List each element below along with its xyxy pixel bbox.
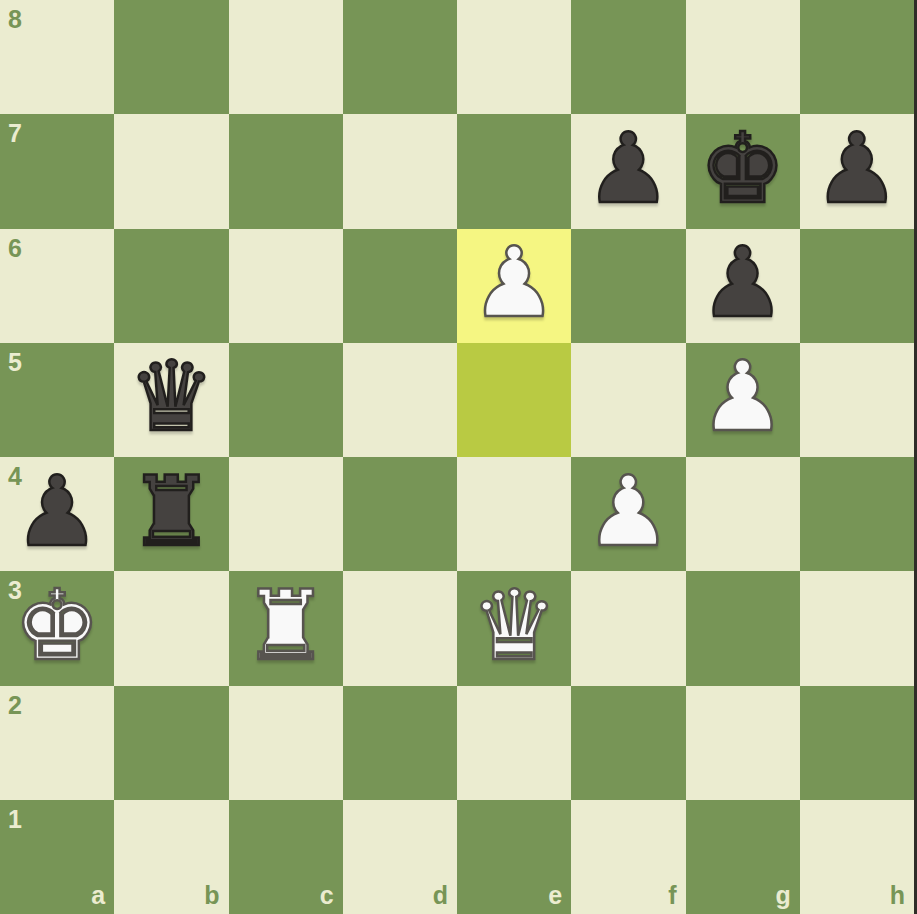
- square-a4[interactable]: 4♟: [0, 457, 114, 571]
- file-label-c: c: [320, 883, 334, 908]
- piece-white-queen-e3[interactable]: ♛: [471, 577, 558, 674]
- square-a5[interactable]: 5: [0, 343, 114, 457]
- file-label-d: d: [433, 883, 448, 908]
- piece-white-rook-c3[interactable]: ♜: [242, 577, 329, 674]
- square-a6[interactable]: 6: [0, 229, 114, 343]
- square-d4[interactable]: [343, 457, 457, 571]
- square-e3[interactable]: ♛: [457, 571, 571, 685]
- square-c2[interactable]: [229, 686, 343, 800]
- square-e4[interactable]: [457, 457, 571, 571]
- square-c6[interactable]: [229, 229, 343, 343]
- square-g1[interactable]: g: [686, 800, 800, 914]
- square-b7[interactable]: [114, 114, 228, 228]
- square-e2[interactable]: [457, 686, 571, 800]
- piece-white-king-a3[interactable]: ♚: [14, 577, 101, 674]
- piece-white-pawn-g5[interactable]: ♟: [699, 348, 786, 445]
- square-a1[interactable]: 1a: [0, 800, 114, 914]
- piece-black-pawn-f7[interactable]: ♟: [585, 120, 672, 217]
- square-g5[interactable]: ♟: [686, 343, 800, 457]
- square-f2[interactable]: [571, 686, 685, 800]
- file-label-g: g: [775, 883, 790, 908]
- square-h1[interactable]: h: [800, 800, 914, 914]
- square-b4[interactable]: ♜: [114, 457, 228, 571]
- square-h6[interactable]: [800, 229, 914, 343]
- square-b8[interactable]: [114, 0, 228, 114]
- square-f7[interactable]: ♟: [571, 114, 685, 228]
- square-d8[interactable]: [343, 0, 457, 114]
- piece-white-pawn-f4[interactable]: ♟: [585, 463, 672, 560]
- square-h8[interactable]: [800, 0, 914, 114]
- piece-black-king-g7[interactable]: ♚: [699, 120, 786, 217]
- square-c5[interactable]: [229, 343, 343, 457]
- square-d5[interactable]: [343, 343, 457, 457]
- square-b5[interactable]: ♛: [114, 343, 228, 457]
- file-label-h: h: [890, 883, 905, 908]
- file-label-b: b: [204, 883, 219, 908]
- file-label-f: f: [668, 883, 676, 908]
- square-g4[interactable]: [686, 457, 800, 571]
- square-b1[interactable]: b: [114, 800, 228, 914]
- square-f5[interactable]: [571, 343, 685, 457]
- piece-black-rook-b4[interactable]: ♜: [128, 463, 215, 560]
- square-d7[interactable]: [343, 114, 457, 228]
- square-e8[interactable]: [457, 0, 571, 114]
- square-h7[interactable]: ♟: [800, 114, 914, 228]
- square-e5[interactable]: [457, 343, 571, 457]
- square-d1[interactable]: d: [343, 800, 457, 914]
- square-d6[interactable]: [343, 229, 457, 343]
- square-g3[interactable]: [686, 571, 800, 685]
- rank-label-7: 7: [8, 121, 22, 146]
- square-a3[interactable]: 3♚: [0, 571, 114, 685]
- square-g7[interactable]: ♚: [686, 114, 800, 228]
- piece-black-pawn-g6[interactable]: ♟: [699, 234, 786, 331]
- square-d3[interactable]: [343, 571, 457, 685]
- rank-label-1: 1: [8, 807, 22, 832]
- piece-black-pawn-h7[interactable]: ♟: [813, 120, 900, 217]
- square-c7[interactable]: [229, 114, 343, 228]
- square-h2[interactable]: [800, 686, 914, 800]
- square-g8[interactable]: [686, 0, 800, 114]
- square-c1[interactable]: c: [229, 800, 343, 914]
- square-g2[interactable]: [686, 686, 800, 800]
- rank-label-2: 2: [8, 693, 22, 718]
- piece-black-queen-b5[interactable]: ♛: [128, 348, 215, 445]
- square-h5[interactable]: [800, 343, 914, 457]
- square-f3[interactable]: [571, 571, 685, 685]
- square-f1[interactable]: f: [571, 800, 685, 914]
- square-g6[interactable]: ♟: [686, 229, 800, 343]
- rank-label-6: 6: [8, 236, 22, 261]
- rank-label-5: 5: [8, 350, 22, 375]
- file-label-a: a: [91, 883, 105, 908]
- square-b3[interactable]: [114, 571, 228, 685]
- square-c8[interactable]: [229, 0, 343, 114]
- chess-board: 87♟♚♟6♟♟5♛♟4♟♜♟3♚♜♛21abcdefgh: [0, 0, 914, 914]
- square-f4[interactable]: ♟: [571, 457, 685, 571]
- square-h3[interactable]: [800, 571, 914, 685]
- square-b6[interactable]: [114, 229, 228, 343]
- square-a7[interactable]: 7: [0, 114, 114, 228]
- rank-label-8: 8: [8, 7, 22, 32]
- square-e1[interactable]: e: [457, 800, 571, 914]
- square-f6[interactable]: [571, 229, 685, 343]
- file-label-e: e: [548, 883, 562, 908]
- square-d2[interactable]: [343, 686, 457, 800]
- piece-black-pawn-a4[interactable]: ♟: [14, 463, 101, 560]
- piece-white-pawn-e6[interactable]: ♟: [471, 234, 558, 331]
- square-a2[interactable]: 2: [0, 686, 114, 800]
- square-e7[interactable]: [457, 114, 571, 228]
- square-e6[interactable]: ♟: [457, 229, 571, 343]
- square-c3[interactable]: ♜: [229, 571, 343, 685]
- square-f8[interactable]: [571, 0, 685, 114]
- square-b2[interactable]: [114, 686, 228, 800]
- square-c4[interactable]: [229, 457, 343, 571]
- chess-board-wrap: 87♟♚♟6♟♟5♛♟4♟♜♟3♚♜♛21abcdefgh: [0, 0, 917, 914]
- square-a8[interactable]: 8: [0, 0, 114, 114]
- square-h4[interactable]: [800, 457, 914, 571]
